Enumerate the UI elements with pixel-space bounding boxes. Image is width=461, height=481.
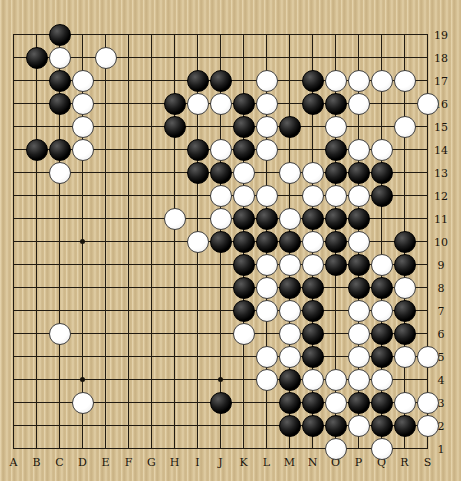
board-intersection[interactable] <box>186 138 209 161</box>
board-intersection[interactable] <box>232 46 255 69</box>
board-intersection[interactable] <box>232 276 255 299</box>
board-intersection[interactable] <box>370 161 393 184</box>
board-intersection[interactable] <box>209 46 232 69</box>
board-intersection[interactable] <box>48 207 71 230</box>
board-intersection[interactable] <box>393 345 416 368</box>
board-intersection[interactable] <box>324 276 347 299</box>
board-intersection[interactable] <box>209 184 232 207</box>
board-intersection[interactable] <box>2 161 25 184</box>
board-intersection[interactable] <box>209 253 232 276</box>
board-intersection[interactable] <box>232 230 255 253</box>
board-intersection[interactable] <box>117 184 140 207</box>
board-intersection[interactable] <box>209 207 232 230</box>
board-intersection[interactable] <box>48 92 71 115</box>
board-intersection[interactable] <box>301 46 324 69</box>
board-intersection[interactable] <box>2 368 25 391</box>
board-intersection[interactable] <box>2 115 25 138</box>
board-intersection[interactable] <box>393 138 416 161</box>
board-intersection[interactable] <box>48 345 71 368</box>
board-intersection[interactable] <box>48 230 71 253</box>
board-intersection[interactable] <box>186 92 209 115</box>
board-intersection[interactable] <box>163 69 186 92</box>
board-intersection[interactable] <box>2 299 25 322</box>
board-intersection[interactable] <box>278 345 301 368</box>
board-intersection[interactable] <box>324 391 347 414</box>
board-intersection[interactable] <box>347 322 370 345</box>
board-intersection[interactable] <box>140 23 163 46</box>
board-intersection[interactable] <box>370 322 393 345</box>
board-intersection[interactable] <box>393 230 416 253</box>
board-intersection[interactable] <box>347 207 370 230</box>
board-intersection[interactable] <box>163 391 186 414</box>
board-intersection[interactable] <box>94 253 117 276</box>
board-intersection[interactable] <box>301 138 324 161</box>
board-intersection[interactable] <box>255 391 278 414</box>
board-intersection[interactable] <box>186 299 209 322</box>
board-intersection[interactable] <box>163 138 186 161</box>
board-intersection[interactable] <box>232 391 255 414</box>
board-intersection[interactable] <box>232 184 255 207</box>
board-intersection[interactable] <box>48 184 71 207</box>
board-intersection[interactable] <box>278 391 301 414</box>
board-intersection[interactable] <box>2 391 25 414</box>
board-intersection[interactable] <box>71 276 94 299</box>
board-intersection[interactable] <box>186 69 209 92</box>
board-intersection[interactable] <box>94 184 117 207</box>
board-intersection[interactable] <box>163 92 186 115</box>
board-intersection[interactable] <box>324 69 347 92</box>
board-intersection[interactable] <box>25 391 48 414</box>
board-intersection[interactable] <box>255 184 278 207</box>
board-intersection[interactable] <box>370 299 393 322</box>
board-intersection[interactable] <box>324 345 347 368</box>
board-intersection[interactable] <box>209 414 232 437</box>
board-intersection[interactable] <box>48 253 71 276</box>
board-intersection[interactable] <box>370 207 393 230</box>
board-intersection[interactable] <box>2 138 25 161</box>
board-intersection[interactable] <box>209 69 232 92</box>
board-intersection[interactable] <box>25 207 48 230</box>
board-intersection[interactable] <box>347 391 370 414</box>
board-intersection[interactable] <box>347 92 370 115</box>
board-intersection[interactable] <box>117 230 140 253</box>
board-intersection[interactable] <box>2 230 25 253</box>
board-intersection[interactable] <box>25 161 48 184</box>
board-intersection[interactable] <box>301 207 324 230</box>
board-intersection[interactable] <box>393 414 416 437</box>
board-intersection[interactable] <box>301 414 324 437</box>
board-intersection[interactable] <box>209 299 232 322</box>
board-intersection[interactable] <box>370 414 393 437</box>
board-intersection[interactable] <box>94 391 117 414</box>
board-intersection[interactable] <box>25 345 48 368</box>
board-intersection[interactable] <box>48 138 71 161</box>
board-intersection[interactable] <box>71 368 94 391</box>
board-intersection[interactable] <box>94 138 117 161</box>
board-intersection[interactable] <box>232 322 255 345</box>
board-intersection[interactable] <box>255 414 278 437</box>
board-intersection[interactable] <box>347 23 370 46</box>
board-intersection[interactable] <box>140 161 163 184</box>
board-intersection[interactable] <box>347 138 370 161</box>
board-intersection[interactable] <box>71 391 94 414</box>
board-intersection[interactable] <box>255 69 278 92</box>
board-intersection[interactable] <box>2 184 25 207</box>
board-intersection[interactable] <box>186 207 209 230</box>
board-intersection[interactable] <box>301 299 324 322</box>
board-intersection[interactable] <box>186 276 209 299</box>
board-intersection[interactable] <box>71 230 94 253</box>
board-intersection[interactable] <box>278 322 301 345</box>
board-intersection[interactable] <box>163 253 186 276</box>
board-intersection[interactable] <box>393 322 416 345</box>
board-intersection[interactable] <box>370 184 393 207</box>
board-intersection[interactable] <box>209 276 232 299</box>
board-intersection[interactable] <box>301 184 324 207</box>
board-intersection[interactable] <box>94 230 117 253</box>
board-intersection[interactable] <box>255 46 278 69</box>
board-intersection[interactable] <box>209 322 232 345</box>
board-intersection[interactable] <box>117 414 140 437</box>
board-intersection[interactable] <box>370 69 393 92</box>
board-intersection[interactable] <box>117 368 140 391</box>
board-intersection[interactable] <box>393 69 416 92</box>
board-intersection[interactable] <box>140 368 163 391</box>
board-intersection[interactable] <box>278 299 301 322</box>
board-intersection[interactable] <box>48 391 71 414</box>
board-intersection[interactable] <box>370 115 393 138</box>
board-intersection[interactable] <box>347 253 370 276</box>
board-intersection[interactable] <box>140 253 163 276</box>
board-intersection[interactable] <box>2 69 25 92</box>
board-intersection[interactable] <box>25 138 48 161</box>
board-intersection[interactable] <box>94 345 117 368</box>
board-intersection[interactable] <box>301 345 324 368</box>
board-intersection[interactable] <box>209 92 232 115</box>
board-intersection[interactable] <box>71 207 94 230</box>
board-intersection[interactable] <box>232 161 255 184</box>
board-intersection[interactable] <box>71 253 94 276</box>
board-intersection[interactable] <box>140 299 163 322</box>
board-intersection[interactable] <box>255 345 278 368</box>
board-intersection[interactable] <box>301 23 324 46</box>
board-intersection[interactable] <box>324 299 347 322</box>
board-intersection[interactable] <box>301 161 324 184</box>
board-intersection[interactable] <box>163 230 186 253</box>
board-intersection[interactable] <box>71 345 94 368</box>
board-intersection[interactable] <box>347 276 370 299</box>
board-intersection[interactable] <box>232 345 255 368</box>
board-intersection[interactable] <box>140 115 163 138</box>
board-intersection[interactable] <box>393 299 416 322</box>
board-intersection[interactable] <box>255 23 278 46</box>
board-intersection[interactable] <box>117 115 140 138</box>
board-intersection[interactable] <box>117 345 140 368</box>
board-intersection[interactable] <box>117 207 140 230</box>
board-intersection[interactable] <box>370 345 393 368</box>
board-intersection[interactable] <box>140 230 163 253</box>
board-intersection[interactable] <box>2 322 25 345</box>
board-intersection[interactable] <box>140 276 163 299</box>
board-intersection[interactable] <box>255 322 278 345</box>
board-intersection[interactable] <box>48 322 71 345</box>
board-intersection[interactable] <box>393 115 416 138</box>
board-intersection[interactable] <box>25 276 48 299</box>
board-intersection[interactable] <box>94 276 117 299</box>
board-intersection[interactable] <box>163 184 186 207</box>
board-intersection[interactable] <box>370 368 393 391</box>
board-intersection[interactable] <box>347 414 370 437</box>
board-intersection[interactable] <box>163 161 186 184</box>
board-intersection[interactable] <box>370 391 393 414</box>
board-intersection[interactable] <box>278 184 301 207</box>
board-intersection[interactable] <box>2 414 25 437</box>
board-intersection[interactable] <box>186 115 209 138</box>
board-intersection[interactable] <box>393 46 416 69</box>
board-intersection[interactable] <box>117 46 140 69</box>
board-intersection[interactable] <box>186 322 209 345</box>
board-intersection[interactable] <box>71 414 94 437</box>
board-intersection[interactable] <box>232 69 255 92</box>
board-intersection[interactable] <box>71 138 94 161</box>
board-intersection[interactable] <box>370 253 393 276</box>
board-intersection[interactable] <box>71 92 94 115</box>
board-intersection[interactable] <box>186 46 209 69</box>
board-intersection[interactable] <box>48 414 71 437</box>
board-intersection[interactable] <box>25 414 48 437</box>
board-intersection[interactable] <box>117 161 140 184</box>
board-intersection[interactable] <box>393 276 416 299</box>
board-intersection[interactable] <box>25 69 48 92</box>
board-intersection[interactable] <box>94 69 117 92</box>
board-intersection[interactable] <box>324 138 347 161</box>
board-intersection[interactable] <box>347 161 370 184</box>
board-intersection[interactable] <box>25 322 48 345</box>
board-intersection[interactable] <box>140 391 163 414</box>
board-intersection[interactable] <box>393 23 416 46</box>
board-intersection[interactable] <box>186 391 209 414</box>
board-intersection[interactable] <box>117 92 140 115</box>
board-intersection[interactable] <box>140 345 163 368</box>
board-intersection[interactable] <box>255 115 278 138</box>
board-intersection[interactable] <box>278 276 301 299</box>
board-intersection[interactable] <box>347 115 370 138</box>
board-intersection[interactable] <box>232 414 255 437</box>
board-intersection[interactable] <box>48 23 71 46</box>
board-intersection[interactable] <box>71 69 94 92</box>
board-intersection[interactable] <box>347 299 370 322</box>
board-intersection[interactable] <box>94 92 117 115</box>
board-intersection[interactable] <box>186 23 209 46</box>
board-intersection[interactable] <box>324 253 347 276</box>
board-intersection[interactable] <box>48 46 71 69</box>
board-intersection[interactable] <box>324 322 347 345</box>
board-intersection[interactable] <box>255 138 278 161</box>
board-intersection[interactable] <box>370 46 393 69</box>
board-intersection[interactable] <box>232 253 255 276</box>
board-intersection[interactable] <box>94 368 117 391</box>
board-intersection[interactable] <box>370 437 393 460</box>
board-intersection[interactable] <box>278 207 301 230</box>
board-intersection[interactable] <box>186 345 209 368</box>
board-intersection[interactable] <box>324 161 347 184</box>
board-intersection[interactable] <box>2 23 25 46</box>
board-intersection[interactable] <box>186 230 209 253</box>
board-intersection[interactable] <box>255 299 278 322</box>
board-intersection[interactable] <box>140 414 163 437</box>
board-intersection[interactable] <box>94 161 117 184</box>
board-intersection[interactable] <box>278 138 301 161</box>
board-intersection[interactable] <box>232 23 255 46</box>
board-intersection[interactable] <box>393 184 416 207</box>
board-intersection[interactable] <box>140 184 163 207</box>
board-intersection[interactable] <box>25 92 48 115</box>
board-intersection[interactable] <box>163 368 186 391</box>
board-intersection[interactable] <box>163 46 186 69</box>
board-intersection[interactable] <box>71 23 94 46</box>
board-intersection[interactable] <box>71 322 94 345</box>
board-intersection[interactable] <box>301 253 324 276</box>
board-intersection[interactable] <box>255 368 278 391</box>
board-intersection[interactable] <box>2 276 25 299</box>
board-intersection[interactable] <box>255 230 278 253</box>
board-intersection[interactable] <box>255 276 278 299</box>
board-intersection[interactable] <box>71 115 94 138</box>
board-intersection[interactable] <box>255 207 278 230</box>
board-intersection[interactable] <box>94 299 117 322</box>
board-intersection[interactable] <box>347 368 370 391</box>
board-intersection[interactable] <box>278 414 301 437</box>
board-intersection[interactable] <box>255 92 278 115</box>
board-intersection[interactable] <box>347 46 370 69</box>
board-intersection[interactable] <box>301 92 324 115</box>
board-intersection[interactable] <box>94 23 117 46</box>
board-intersection[interactable] <box>140 69 163 92</box>
board-intersection[interactable] <box>324 92 347 115</box>
board-intersection[interactable] <box>71 184 94 207</box>
board-intersection[interactable] <box>393 161 416 184</box>
board-intersection[interactable] <box>163 23 186 46</box>
board-intersection[interactable] <box>278 69 301 92</box>
board-intersection[interactable] <box>48 69 71 92</box>
board-intersection[interactable] <box>209 391 232 414</box>
board-intersection[interactable] <box>48 115 71 138</box>
board-intersection[interactable] <box>255 161 278 184</box>
board-intersection[interactable] <box>163 276 186 299</box>
board-intersection[interactable] <box>416 391 439 414</box>
board-intersection[interactable] <box>347 69 370 92</box>
board-intersection[interactable] <box>71 299 94 322</box>
board-intersection[interactable] <box>209 23 232 46</box>
board-intersection[interactable] <box>232 368 255 391</box>
board-intersection[interactable] <box>347 184 370 207</box>
board-intersection[interactable] <box>324 414 347 437</box>
board-intersection[interactable] <box>186 414 209 437</box>
board-intersection[interactable] <box>393 207 416 230</box>
board-intersection[interactable] <box>301 230 324 253</box>
board-intersection[interactable] <box>117 253 140 276</box>
board-intersection[interactable] <box>370 276 393 299</box>
board-intersection[interactable] <box>416 345 439 368</box>
board-intersection[interactable] <box>94 46 117 69</box>
board-intersection[interactable] <box>48 368 71 391</box>
board-intersection[interactable] <box>324 184 347 207</box>
board-intersection[interactable] <box>2 92 25 115</box>
board-intersection[interactable] <box>140 138 163 161</box>
board-intersection[interactable] <box>370 230 393 253</box>
board-intersection[interactable] <box>393 253 416 276</box>
board-intersection[interactable] <box>393 368 416 391</box>
board-intersection[interactable] <box>232 299 255 322</box>
board-intersection[interactable] <box>25 253 48 276</box>
board-intersection[interactable] <box>94 322 117 345</box>
board-intersection[interactable] <box>324 368 347 391</box>
board-intersection[interactable] <box>94 207 117 230</box>
board-intersection[interactable] <box>186 253 209 276</box>
board-intersection[interactable] <box>2 46 25 69</box>
board-intersection[interactable] <box>71 46 94 69</box>
board-intersection[interactable] <box>140 92 163 115</box>
board-intersection[interactable] <box>278 92 301 115</box>
board-intersection[interactable] <box>71 161 94 184</box>
board-intersection[interactable] <box>117 23 140 46</box>
board-intersection[interactable] <box>209 368 232 391</box>
board-intersection[interactable] <box>2 345 25 368</box>
board-intersection[interactable] <box>278 230 301 253</box>
board-intersection[interactable] <box>163 414 186 437</box>
board-intersection[interactable] <box>324 115 347 138</box>
board-intersection[interactable] <box>301 322 324 345</box>
board-intersection[interactable] <box>209 138 232 161</box>
board-intersection[interactable] <box>25 23 48 46</box>
board-intersection[interactable] <box>393 391 416 414</box>
board-intersection[interactable] <box>416 414 439 437</box>
board-intersection[interactable] <box>324 46 347 69</box>
board-intersection[interactable] <box>186 368 209 391</box>
board-intersection[interactable] <box>25 184 48 207</box>
board-intersection[interactable] <box>278 46 301 69</box>
board-intersection[interactable] <box>117 276 140 299</box>
board-intersection[interactable] <box>117 322 140 345</box>
board-intersection[interactable] <box>25 115 48 138</box>
board-intersection[interactable] <box>25 299 48 322</box>
board-intersection[interactable] <box>209 230 232 253</box>
board-intersection[interactable] <box>370 138 393 161</box>
board-intersection[interactable] <box>117 69 140 92</box>
board-intersection[interactable] <box>163 207 186 230</box>
board-intersection[interactable] <box>232 115 255 138</box>
board-intersection[interactable] <box>94 115 117 138</box>
board-intersection[interactable] <box>140 322 163 345</box>
board-intersection[interactable] <box>25 368 48 391</box>
board-intersection[interactable] <box>324 23 347 46</box>
board-intersection[interactable] <box>301 276 324 299</box>
board-intersection[interactable] <box>278 115 301 138</box>
board-intersection[interactable] <box>278 253 301 276</box>
board-intersection[interactable] <box>301 391 324 414</box>
board-intersection[interactable] <box>209 115 232 138</box>
board-intersection[interactable] <box>393 92 416 115</box>
board-intersection[interactable] <box>25 230 48 253</box>
board-intersection[interactable] <box>278 161 301 184</box>
board-intersection[interactable] <box>140 46 163 69</box>
board-intersection[interactable] <box>301 69 324 92</box>
board-intersection[interactable] <box>370 92 393 115</box>
board-intersection[interactable] <box>25 46 48 69</box>
board-intersection[interactable] <box>186 184 209 207</box>
board-intersection[interactable] <box>48 161 71 184</box>
board-intersection[interactable] <box>255 253 278 276</box>
